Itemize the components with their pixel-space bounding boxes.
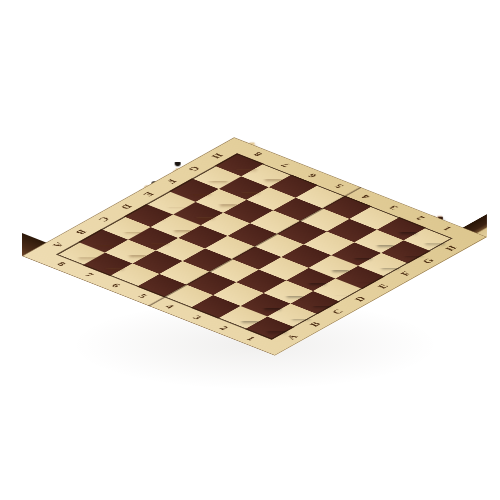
coordinate-label: 6: [306, 172, 319, 178]
coordinate-label: H: [209, 152, 225, 159]
coordinate-label: G: [420, 257, 436, 264]
coordinate-label: 8: [252, 151, 265, 157]
coordinate-label: 2: [414, 215, 427, 221]
coordinate-label: A: [285, 333, 300, 340]
square-a1: ♜: [245, 316, 295, 339]
coordinate-label: F: [398, 270, 412, 277]
coordinate-label: 7: [279, 162, 292, 168]
coordinate-label: D: [353, 295, 368, 302]
coordinate-label: G: [186, 165, 202, 172]
coordinate-label: 5: [136, 293, 149, 299]
coordinate-label: A: [50, 241, 65, 248]
coordinate-label: H: [443, 245, 459, 252]
coordinate-label: E: [376, 283, 391, 290]
chess-set-product-photo: ABCDEFGH8♜♞♝♛♚♝♞♜87♟♟♟♟♟♟♟♟7665544332♟♟♟…: [0, 0, 500, 500]
coordinate-label: 2: [217, 325, 230, 331]
coordinate-label: 4: [360, 194, 373, 200]
coordinate-label: 5: [333, 183, 346, 189]
coordinate-label: 3: [190, 314, 203, 320]
coordinate-label: 1: [244, 336, 257, 342]
coordinate-label: D: [118, 203, 133, 210]
coordinate-label: 7: [82, 272, 95, 278]
coordinate-label: 6: [109, 282, 122, 288]
coordinate-label: 8: [55, 261, 68, 267]
coordinate-label: C: [96, 216, 111, 223]
coordinate-label: B: [308, 321, 323, 328]
coordinate-label: 1: [441, 225, 454, 231]
coordinate-label: 4: [163, 304, 176, 310]
coordinate-label: 3: [387, 204, 400, 210]
square-b6: [132, 251, 182, 274]
piece-white-pawn-c7: ♟: [146, 218, 171, 246]
coordinate-label: E: [141, 191, 156, 198]
coordinate-label: C: [330, 308, 345, 315]
pawn-glyph: ♟: [146, 218, 171, 246]
coordinate-label: B: [73, 229, 88, 236]
coordinate-label: F: [164, 178, 178, 185]
